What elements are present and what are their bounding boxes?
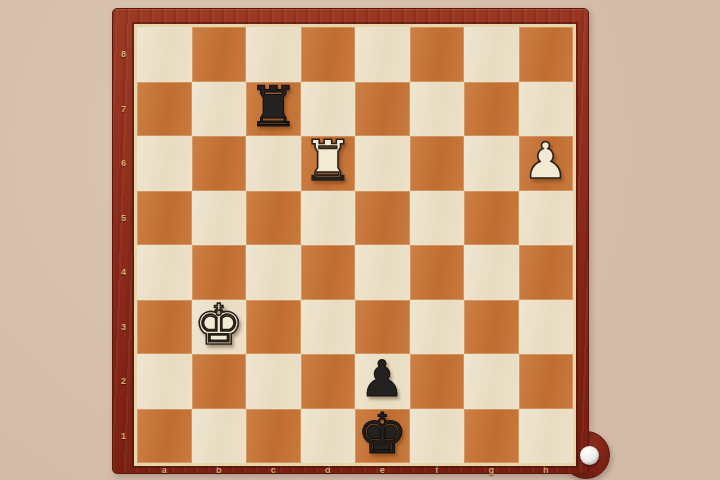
- square-f2[interactable]: [410, 354, 465, 409]
- square-a1[interactable]: [137, 409, 192, 464]
- square-e3[interactable]: [355, 300, 410, 355]
- black-king[interactable]: ♚: [357, 406, 407, 462]
- square-d1[interactable]: [301, 409, 356, 464]
- square-d4[interactable]: [301, 245, 356, 300]
- rank-label-2: 2: [113, 354, 134, 409]
- square-f3[interactable]: [410, 300, 465, 355]
- square-h7[interactable]: [519, 82, 574, 137]
- square-a6[interactable]: [137, 136, 192, 191]
- board-grid: ♜♜♟♚♟♚: [137, 27, 573, 463]
- square-b1[interactable]: [192, 409, 247, 464]
- rank-label-5: 5: [113, 191, 134, 246]
- square-e8[interactable]: [355, 27, 410, 82]
- rank-label-6: 6: [113, 136, 134, 191]
- square-b6[interactable]: [192, 136, 247, 191]
- square-d5[interactable]: [301, 191, 356, 246]
- square-h6[interactable]: ♟: [519, 136, 574, 191]
- square-g3[interactable]: [464, 300, 519, 355]
- square-e1[interactable]: ♚: [355, 409, 410, 464]
- square-f6[interactable]: [410, 136, 465, 191]
- square-g4[interactable]: [464, 245, 519, 300]
- white-to-move-ball-icon: [580, 446, 599, 465]
- square-c2[interactable]: [246, 354, 301, 409]
- rank-label-1: 1: [113, 409, 134, 464]
- rank-label-8: 8: [113, 27, 134, 82]
- square-a7[interactable]: [137, 82, 192, 137]
- square-f1[interactable]: [410, 409, 465, 464]
- square-c1[interactable]: [246, 409, 301, 464]
- square-e5[interactable]: [355, 191, 410, 246]
- board-border: ♜♜♟♚♟♚: [134, 24, 576, 466]
- square-a3[interactable]: [137, 300, 192, 355]
- square-h4[interactable]: [519, 245, 574, 300]
- square-f5[interactable]: [410, 191, 465, 246]
- white-rook[interactable]: ♜: [303, 133, 353, 189]
- white-pawn[interactable]: ♟: [523, 136, 568, 186]
- square-g2[interactable]: [464, 354, 519, 409]
- square-d2[interactable]: [301, 354, 356, 409]
- square-g8[interactable]: [464, 27, 519, 82]
- square-g6[interactable]: [464, 136, 519, 191]
- square-f7[interactable]: [410, 82, 465, 137]
- square-b3[interactable]: ♚: [192, 300, 247, 355]
- square-d8[interactable]: [301, 27, 356, 82]
- black-rook[interactable]: ♜: [248, 79, 298, 135]
- square-h5[interactable]: [519, 191, 574, 246]
- square-e6[interactable]: [355, 136, 410, 191]
- square-h3[interactable]: [519, 300, 574, 355]
- square-a4[interactable]: [137, 245, 192, 300]
- square-f8[interactable]: [410, 27, 465, 82]
- square-b8[interactable]: [192, 27, 247, 82]
- square-h2[interactable]: [519, 354, 574, 409]
- square-g1[interactable]: [464, 409, 519, 464]
- white-king[interactable]: ♚: [194, 297, 244, 353]
- square-h1[interactable]: [519, 409, 574, 464]
- square-a5[interactable]: [137, 191, 192, 246]
- rank-label-7: 7: [113, 82, 134, 137]
- square-d3[interactable]: [301, 300, 356, 355]
- square-a8[interactable]: [137, 27, 192, 82]
- square-c7[interactable]: ♜: [246, 82, 301, 137]
- square-g7[interactable]: [464, 82, 519, 137]
- square-b7[interactable]: [192, 82, 247, 137]
- square-e7[interactable]: [355, 82, 410, 137]
- square-c6[interactable]: [246, 136, 301, 191]
- square-g5[interactable]: [464, 191, 519, 246]
- chess-app-canvas: 87654321 abcdefgh ♜♜♟♚♟♚: [0, 0, 720, 480]
- board-frame: 87654321 abcdefgh ♜♜♟♚♟♚: [112, 8, 589, 474]
- square-c3[interactable]: [246, 300, 301, 355]
- square-f4[interactable]: [410, 245, 465, 300]
- square-h8[interactable]: [519, 27, 574, 82]
- rank-label-4: 4: [113, 245, 134, 300]
- square-b5[interactable]: [192, 191, 247, 246]
- square-c5[interactable]: [246, 191, 301, 246]
- square-d6[interactable]: ♜: [301, 136, 356, 191]
- black-pawn[interactable]: ♟: [360, 354, 405, 404]
- square-c4[interactable]: [246, 245, 301, 300]
- square-e4[interactable]: [355, 245, 410, 300]
- rank-labels: 87654321: [113, 27, 134, 463]
- rank-label-3: 3: [113, 300, 134, 355]
- square-a2[interactable]: [137, 354, 192, 409]
- square-b2[interactable]: [192, 354, 247, 409]
